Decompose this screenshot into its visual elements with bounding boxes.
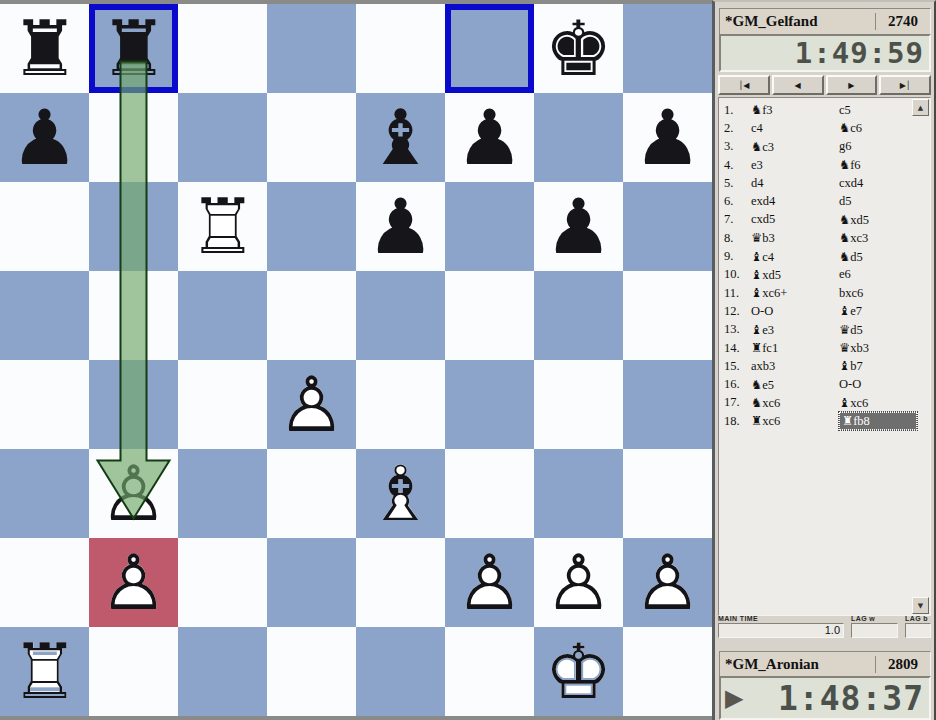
move-black[interactable]: ♝xc6: [839, 395, 930, 411]
square-c1[interactable]: [178, 627, 267, 716]
move-number: 12.: [724, 304, 751, 319]
move-number: 18.: [724, 414, 751, 429]
square-g5[interactable]: [534, 271, 623, 360]
chess-app-window: ♜♜♚♟♝♟♟♜♖♟♟♟♙♟♙♝♗♟♙♟♙♟♙♟♙♜♖♚♔ *GM_Gelfan…: [0, 0, 936, 720]
square-b8[interactable]: ♜: [89, 4, 178, 93]
move-black[interactable]: bxc6: [839, 286, 930, 301]
black-rook: ♜: [89, 4, 178, 93]
white-pawn: ♟♙: [445, 538, 534, 627]
move-white[interactable]: ♛b3: [751, 230, 839, 246]
square-e4[interactable]: [356, 360, 445, 449]
move-row: 16.♞e5O-O: [719, 375, 930, 393]
move-number: 2.: [724, 121, 751, 136]
board-area: ♜♜♚♟♝♟♟♜♖♟♟♟♙♟♙♝♗♟♙♟♙♟♙♟♙♜♖♚♔: [0, 4, 712, 716]
move-black[interactable]: ♞d5: [839, 249, 930, 265]
move-white[interactable]: ♞c3: [751, 139, 839, 155]
square-b5[interactable]: [89, 271, 178, 360]
black-king: ♚: [534, 4, 623, 93]
square-g7[interactable]: [534, 93, 623, 182]
square-f1[interactable]: [445, 627, 534, 716]
square-a1[interactable]: ♜♖: [0, 627, 89, 716]
square-d4[interactable]: ♟♙: [267, 360, 356, 449]
square-c2[interactable]: [178, 538, 267, 627]
move-black[interactable]: g6: [839, 139, 930, 154]
lag-white-label: LAG w: [851, 615, 898, 623]
move-number: 11.: [724, 286, 751, 301]
move-white[interactable]: ♝e3: [751, 322, 839, 338]
move-row: 11.♝xc6+bxc6: [719, 284, 930, 302]
square-f6[interactable]: [445, 182, 534, 271]
move-number: 10.: [724, 267, 751, 282]
square-e2[interactable]: [356, 538, 445, 627]
move-white[interactable]: ♜fc1: [751, 340, 839, 356]
bottom-player-rating: 2809: [875, 656, 930, 673]
white-pawn: ♟♙: [267, 360, 356, 449]
move-white[interactable]: e3: [751, 158, 839, 173]
square-a5[interactable]: [0, 271, 89, 360]
bottom-clock-time: 1:48:37: [743, 679, 929, 718]
square-e6[interactable]: ♟: [356, 182, 445, 271]
square-c3[interactable]: [178, 449, 267, 538]
move-white[interactable]: cxd5: [751, 212, 839, 227]
square-d8[interactable]: [267, 4, 356, 93]
square-h5[interactable]: [623, 271, 712, 360]
square-d5[interactable]: [267, 271, 356, 360]
move-number: 3.: [724, 139, 751, 154]
move-number: 6.: [724, 194, 751, 209]
bottom-player-clock: ▶ 1:48:37: [719, 676, 931, 720]
move-black[interactable]: ♞c6: [839, 120, 930, 136]
square-h2[interactable]: ♟♙: [623, 538, 712, 627]
move-black[interactable]: e6: [839, 267, 930, 282]
square-b1[interactable]: [89, 627, 178, 716]
move-nav-toolbar: │◀ ◀ ▶ ▶│: [718, 75, 931, 95]
move-row: 18.♜xc6♜fb8: [719, 412, 930, 430]
black-pawn: ♟: [445, 93, 534, 182]
move-row: 5.d4cxd4: [719, 174, 930, 192]
main-time-label: MAIN TIME: [718, 615, 844, 623]
top-player-clock: 1:49:59: [719, 34, 931, 72]
white-rook: ♜♖: [178, 182, 267, 271]
move-list: 1.♞f3c52.c4♞c63.♞c3g64.e3♞f65.d4cxd46.ex…: [718, 97, 931, 616]
top-player-bar: *GM_Gelfand 2740: [719, 8, 931, 35]
move-row: 6.exd4d5: [719, 192, 930, 210]
move-number: 17.: [724, 395, 751, 410]
square-g8[interactable]: ♚: [534, 4, 623, 93]
move-white[interactable]: ♞e5: [751, 377, 839, 393]
last-move-button[interactable]: ▶│: [879, 75, 931, 95]
square-h6[interactable]: [623, 182, 712, 271]
move-white[interactable]: exd4: [751, 194, 839, 209]
lag-white-field: [851, 623, 898, 638]
move-number: 13.: [724, 322, 751, 337]
square-b7[interactable]: [89, 93, 178, 182]
move-white[interactable]: ♞xc6: [751, 395, 839, 411]
move-row: 9.♝c4♞d5: [719, 247, 930, 265]
move-white[interactable]: O-O: [751, 304, 839, 319]
main-time-field: 1.0: [718, 623, 844, 638]
square-a3[interactable]: [0, 449, 89, 538]
move-black[interactable]: ♝b7: [839, 358, 930, 374]
square-d3[interactable]: [267, 449, 356, 538]
move-number: 5.: [724, 176, 751, 191]
square-e1[interactable]: [356, 627, 445, 716]
move-row: 17.♞xc6♝xc6: [719, 394, 930, 412]
square-c7[interactable]: [178, 93, 267, 182]
square-f8[interactable]: [445, 4, 534, 93]
move-row: 7.cxd5♞xd5: [719, 211, 930, 229]
black-pawn: ♟: [356, 182, 445, 271]
move-number: 7.: [724, 212, 751, 227]
square-e5[interactable]: [356, 271, 445, 360]
square-f7[interactable]: ♟: [445, 93, 534, 182]
square-e3[interactable]: ♝♗: [356, 449, 445, 538]
top-clock-time: 1:49:59: [721, 36, 929, 70]
move-white[interactable]: ♝c4: [751, 249, 839, 265]
square-d1[interactable]: [267, 627, 356, 716]
square-g1[interactable]: ♚♔: [534, 627, 623, 716]
move-row: 4.e3♞f6: [719, 156, 930, 174]
bottom-player-bar: *GM_Aronian 2809: [719, 651, 931, 678]
square-e7[interactable]: ♝: [356, 93, 445, 182]
top-player-rating: 2740: [875, 13, 930, 30]
move-row: 12.O-O♝e7: [719, 302, 930, 320]
move-white[interactable]: ♝xc6+: [751, 285, 839, 301]
square-c5[interactable]: [178, 271, 267, 360]
black-rook: ♜: [0, 4, 89, 93]
move-black[interactable]: ♞f6: [839, 157, 930, 173]
move-row: 8.♛b3♞xc3: [719, 229, 930, 247]
move-black[interactable]: ♞xd5: [839, 212, 930, 228]
white-pawn: ♟♙: [623, 538, 712, 627]
move-white[interactable]: d4: [751, 176, 839, 191]
white-pawn: ♟♙: [534, 538, 623, 627]
square-g4[interactable]: [534, 360, 623, 449]
square-c8[interactable]: [178, 4, 267, 93]
scroll-down-icon[interactable]: ▼: [912, 597, 929, 614]
move-black[interactable]: ♛d5: [839, 322, 930, 338]
chess-board: ♜♜♚♟♝♟♟♜♖♟♟♟♙♟♙♝♗♟♙♟♙♟♙♟♙♜♖♚♔: [0, 4, 712, 716]
black-pawn: ♟: [534, 182, 623, 271]
move-number: 9.: [724, 249, 751, 264]
black-pawn: ♟: [623, 93, 712, 182]
time-status-row: MAIN TIME 1.0 LAG w LAG b: [718, 615, 931, 641]
black-bishop: ♝: [356, 93, 445, 182]
move-black[interactable]: ♛xb3: [839, 340, 930, 356]
top-player-name: *GM_Gelfand: [720, 13, 875, 30]
to-move-indicator-icon: ▶: [721, 686, 743, 710]
square-a2[interactable]: [0, 538, 89, 627]
square-h8[interactable]: [623, 4, 712, 93]
move-row: 3.♞c3g6: [719, 138, 930, 156]
white-king: ♚♔: [534, 627, 623, 716]
next-move-button[interactable]: ▶: [826, 75, 878, 95]
move-number: 8.: [724, 231, 751, 246]
square-h3[interactable]: [623, 449, 712, 538]
square-a6[interactable]: [0, 182, 89, 271]
first-move-button[interactable]: │◀: [718, 75, 770, 95]
move-number: 16.: [724, 377, 751, 392]
square-c4[interactable]: [178, 360, 267, 449]
move-row: 2.c4♞c6: [719, 119, 930, 137]
square-c6[interactable]: ♜♖: [178, 182, 267, 271]
move-white[interactable]: ♝xd5: [751, 267, 839, 283]
white-pawn: ♟♙: [89, 538, 178, 627]
move-row: 13.♝e3♛d5: [719, 321, 930, 339]
move-white[interactable]: c4: [751, 121, 839, 136]
move-white[interactable]: ♜xc6: [751, 413, 839, 429]
move-number: 15.: [724, 359, 751, 374]
move-black[interactable]: ♞xc3: [839, 230, 930, 246]
square-e8[interactable]: [356, 4, 445, 93]
white-bishop: ♝♗: [356, 449, 445, 538]
black-pawn: ♟: [0, 93, 89, 182]
square-f2[interactable]: ♟♙: [445, 538, 534, 627]
move-black[interactable]: cxd4: [839, 176, 930, 191]
move-number: 1.: [724, 103, 751, 118]
square-f3[interactable]: [445, 449, 534, 538]
square-g6[interactable]: ♟: [534, 182, 623, 271]
square-h4[interactable]: [623, 360, 712, 449]
square-a4[interactable]: [0, 360, 89, 449]
move-white[interactable]: axb3: [751, 359, 839, 374]
prev-move-button[interactable]: ◀: [772, 75, 824, 95]
move-number: 14.: [724, 341, 751, 356]
move-black[interactable]: ♝e7: [839, 303, 930, 319]
lag-black-label: LAG b: [905, 615, 931, 623]
square-h7[interactable]: ♟: [623, 93, 712, 182]
square-b2[interactable]: ♟♙: [89, 538, 178, 627]
square-d6[interactable]: [267, 182, 356, 271]
bottom-player-name: *GM_Aronian: [720, 656, 875, 673]
square-d2[interactable]: [267, 538, 356, 627]
square-a7[interactable]: ♟: [0, 93, 89, 182]
square-f5[interactable]: [445, 271, 534, 360]
square-g3[interactable]: [534, 449, 623, 538]
move-row: 1.♞f3c5: [719, 101, 930, 119]
side-panel: *GM_Gelfand 2740 1:49:59 │◀ ◀ ▶ ▶│ 1.♞f3…: [712, 0, 936, 720]
square-f4[interactable]: [445, 360, 534, 449]
square-b3[interactable]: ♟♙: [89, 449, 178, 538]
move-black[interactable]: ♜fb8: [839, 412, 917, 430]
lag-black-field: [905, 623, 931, 638]
move-row: 10.♝xd5e6: [719, 266, 930, 284]
square-b6[interactable]: [89, 182, 178, 271]
white-pawn: ♟♙: [89, 449, 178, 538]
move-number: 4.: [724, 158, 751, 173]
square-h1[interactable]: [623, 627, 712, 716]
move-black[interactable]: O-O: [839, 377, 930, 392]
move-white[interactable]: ♞f3: [751, 102, 839, 118]
move-black[interactable]: d5: [839, 194, 930, 209]
white-rook: ♜♖: [0, 627, 89, 716]
square-b4[interactable]: [89, 360, 178, 449]
move-row: 15.axb3♝b7: [719, 357, 930, 375]
square-d7[interactable]: [267, 93, 356, 182]
square-a8[interactable]: ♜: [0, 4, 89, 93]
square-g2[interactable]: ♟♙: [534, 538, 623, 627]
move-row: 14.♜fc1♛xb3: [719, 339, 930, 357]
scroll-up-icon[interactable]: ▲: [912, 99, 929, 116]
move-list-rows: 1.♞f3c52.c4♞c63.♞c3g64.e3♞f65.d4cxd46.ex…: [719, 98, 930, 430]
